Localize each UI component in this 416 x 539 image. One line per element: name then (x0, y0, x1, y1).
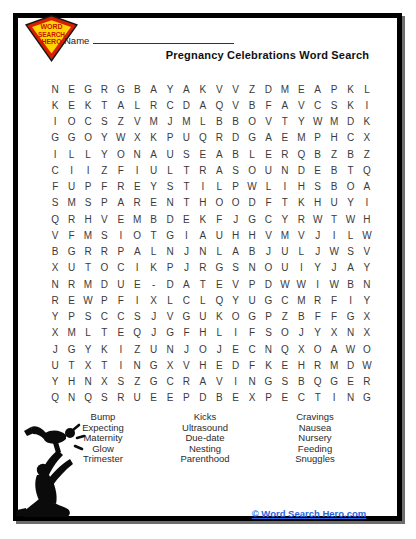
grid-cell-r13c2: R (63, 276, 79, 292)
grid-cell-r19c3: N (80, 374, 96, 390)
grid-cell-r8c11: O (211, 195, 227, 211)
grid-cell-r20c12: E (227, 390, 243, 406)
grid-cell-r1c9: A (178, 81, 194, 97)
grid-cell-r12c13: N (244, 260, 260, 276)
grid-cell-r8c8: N (162, 195, 178, 211)
grid-cell-r4c10: Q (195, 130, 211, 146)
grid-cell-r13c7: - (145, 276, 161, 292)
grid-cell-r11c17: J (310, 244, 326, 260)
grid-cell-r8c18: U (326, 195, 342, 211)
grid-cell-r11c3: R (80, 244, 96, 260)
grid-cell-r15c15: Z (277, 309, 293, 325)
grid-cell-r5c13: L (244, 146, 260, 162)
wordsearchhero-link[interactable]: © Word Search Hero.com (252, 508, 367, 519)
grid-cell-r2c15: A (277, 97, 293, 113)
grid-cell-r15c14: P (260, 309, 276, 325)
grid-cell-r2c2: E (63, 97, 79, 113)
grid-cell-r9c14: C (260, 211, 276, 227)
grid-cell-r19c6: Z (129, 374, 145, 390)
grid-cell-r17c18: A (326, 341, 342, 357)
grid-cell-r12c20: Y (359, 260, 375, 276)
grid-cell-r17c13: C (244, 341, 260, 357)
grid-cell-r7c5: R (113, 179, 129, 195)
grid-cell-r18c17: R (310, 357, 326, 373)
grid-cell-r7c8: S (162, 179, 178, 195)
grid-cell-r12c1: X (47, 260, 63, 276)
grid-cell-r20c5: R (113, 390, 129, 406)
grid-cell-r14c12: Y (227, 292, 243, 308)
grid-cell-r9c11: F (211, 211, 227, 227)
grid-cell-r1c7: A (145, 81, 161, 97)
grid-cell-r9c9: E (178, 211, 194, 227)
grid-cell-r14c14: G (260, 292, 276, 308)
grid-cell-r5c8: U (162, 146, 178, 162)
grid-cell-r11c13: B (244, 244, 260, 260)
grid-cell-r3c15: T (277, 114, 293, 130)
grid-cell-r4c2: G (63, 130, 79, 146)
grid-cell-r12c8: P (162, 260, 178, 276)
grid-cell-r12c19: A (342, 260, 358, 276)
grid-cell-r6c1: C (47, 162, 63, 178)
grid-cell-r5c12: B (227, 146, 243, 162)
grid-cell-r18c8: X (162, 357, 178, 373)
grid-cell-r11c6: A (129, 244, 145, 260)
grid-cell-r16c6: Q (129, 325, 145, 341)
grid-cell-r13c19: B (342, 276, 358, 292)
grid-cell-r13c17: I (310, 276, 326, 292)
grid-cell-r17c3: Y (80, 341, 96, 357)
grid-cell-r20c10: D (195, 390, 211, 406)
grid-cell-r5c4: Y (96, 146, 112, 162)
grid-cell-r9c17: W (310, 211, 326, 227)
grid-cell-r11c19: S (342, 244, 358, 260)
grid-cell-r7c6: E (129, 179, 145, 195)
grid-cell-r10c15: M (277, 227, 293, 243)
grid-cell-r19c5: S (113, 374, 129, 390)
grid-cell-r12c2: U (63, 260, 79, 276)
grid-cell-r6c6: I (129, 162, 145, 178)
grid-cell-r17c4: K (96, 341, 112, 357)
grid-cell-r15c6: S (129, 309, 145, 325)
grid-cell-r8c7: E (145, 195, 161, 211)
grid-cell-r14c11: Q (211, 292, 227, 308)
name-row: Name (64, 34, 234, 46)
grid-cell-r4c3: O (80, 130, 96, 146)
grid-cell-r6c15: N (277, 162, 293, 178)
grid-cell-r2c3: K (80, 97, 96, 113)
grid-cell-r3c1: I (47, 114, 63, 130)
grid-cell-r14c18: F (326, 292, 342, 308)
grid-cell-r19c19: E (342, 374, 358, 390)
grid-cell-r6c13: O (244, 162, 260, 178)
grid-cell-r18c14: K (260, 357, 276, 373)
grid-cell-r5c1: I (47, 146, 63, 162)
grid-cell-r8c1: S (47, 195, 63, 211)
grid-cell-r1c13: Z (244, 81, 260, 97)
grid-cell-r18c3: X (80, 357, 96, 373)
grid-cell-r5c19: B (342, 146, 358, 162)
grid-cell-r3c2: O (63, 114, 79, 130)
grid-cell-r4c14: A (260, 130, 276, 146)
grid-cell-r8c3: S (80, 195, 96, 211)
grid-cell-r2c14: F (260, 97, 276, 113)
grid-cell-r9c4: V (96, 211, 112, 227)
grid-cell-r20c6: U (129, 390, 145, 406)
grid-cell-r20c7: E (145, 390, 161, 406)
grid-cell-r1c19: K (342, 81, 358, 97)
grid-cell-r14c8: L (162, 292, 178, 308)
grid-cell-r12c15: U (277, 260, 293, 276)
grid-cell-r6c8: L (162, 162, 178, 178)
grid-cell-r11c5: P (113, 244, 129, 260)
grid-cell-r15c9: G (178, 309, 194, 325)
grid-cell-r5c10: E (195, 146, 211, 162)
grid-cell-r14c4: P (96, 292, 112, 308)
grid-cell-r13c13: P (244, 276, 260, 292)
grid-cell-r15c4: C (96, 309, 112, 325)
grid-cell-r8c2: M (63, 195, 79, 211)
word-list-item: Snuggles (253, 454, 377, 465)
grid-cell-r8c12: O (227, 195, 243, 211)
grid-cell-r3c11: B (211, 114, 227, 130)
grid-cell-r19c16: B (293, 374, 309, 390)
grid-cell-r6c11: A (211, 162, 227, 178)
grid-cell-r5c17: B (310, 146, 326, 162)
grid-cell-r4c19: C (342, 130, 358, 146)
grid-cell-r17c14: N (260, 341, 276, 357)
grid-cell-r15c20: X (359, 309, 375, 325)
grid-cell-r13c20: N (359, 276, 375, 292)
grid-cell-r1c10: K (195, 81, 211, 97)
grid-cell-r4c4: Y (96, 130, 112, 146)
grid-cell-r1c5: G (113, 81, 129, 97)
grid-cell-r16c19: N (342, 325, 358, 341)
grid-cell-r3c14: V (260, 114, 276, 130)
grid-cell-r12c11: G (211, 260, 227, 276)
grid-cell-r11c18: W (326, 244, 342, 260)
grid-cell-r10c10: A (195, 227, 211, 243)
grid-cell-r13c9: A (178, 276, 194, 292)
grid-cell-r4c1: G (47, 130, 63, 146)
grid-cell-r2c5: A (113, 97, 129, 113)
grid-cell-r14c1: R (47, 292, 63, 308)
grid-cell-r12c10: R (195, 260, 211, 276)
grid-cell-r1c4: R (96, 81, 112, 97)
grid-cell-r7c7: Y (145, 179, 161, 195)
grid-cell-r12c18: J (326, 260, 342, 276)
grid-cell-r17c10: O (195, 341, 211, 357)
grid-cell-r20c18: I (326, 390, 342, 406)
grid-cell-r8c14: F (260, 195, 276, 211)
grid-cell-r17c16: X (293, 341, 309, 357)
grid-cell-r16c8: G (162, 325, 178, 341)
grid-cell-r9c2: R (63, 211, 79, 227)
grid-cell-r10c12: H (227, 227, 243, 243)
grid-cell-r8c5: A (113, 195, 129, 211)
footer: © Word Search Hero.com (229, 503, 389, 521)
grid-cell-r16c1: X (47, 325, 63, 341)
grid-cell-r3c17: W (310, 114, 326, 130)
grid-cell-r7c18: B (326, 179, 342, 195)
grid-cell-r10c14: V (260, 227, 276, 243)
grid-cell-r12c7: K (145, 260, 161, 276)
grid-cell-r12c12: S (227, 260, 243, 276)
page-title: Pregnancy Celebrations Word Search (150, 49, 385, 61)
grid-cell-r9c10: K (195, 211, 211, 227)
name-blank-line (93, 34, 234, 44)
grid-cell-r3c20: K (359, 114, 375, 130)
grid-cell-r4c13: G (244, 130, 260, 146)
grid-cell-r11c8: N (162, 244, 178, 260)
grid-cell-r15c5: C (113, 309, 129, 325)
grid-cell-r15c13: G (244, 309, 260, 325)
grid-cell-r6c16: D (293, 162, 309, 178)
grid-cell-r3c18: M (326, 114, 342, 130)
grid-cell-r11c4: R (96, 244, 112, 260)
grid-cell-r11c14: J (260, 244, 276, 260)
grid-cell-r8c16: K (293, 195, 309, 211)
grid-cell-r10c13: H (244, 227, 260, 243)
word-list-item: Kicks (143, 412, 267, 423)
grid-cell-r2c17: C (310, 97, 326, 113)
grid-cell-r15c12: O (227, 309, 243, 325)
grid-cell-r9c5: E (113, 211, 129, 227)
grid-cell-r17c15: Q (277, 341, 293, 357)
grid-cell-r9c20: H (359, 211, 375, 227)
grid-cell-r7c12: P (227, 179, 243, 195)
grid-cell-r7c14: L (260, 179, 276, 195)
grid-cell-r1c1: N (47, 81, 63, 97)
grid-cell-r6c12: S (227, 162, 243, 178)
grid-cell-r13c18: W (326, 276, 342, 292)
grid-cell-r11c20: V (359, 244, 375, 260)
grid-cell-r5c20: Z (359, 146, 375, 162)
grid-cell-r19c8: C (162, 374, 178, 390)
grid-cell-r15c3: S (80, 309, 96, 325)
grid-cell-r14c17: R (310, 292, 326, 308)
grid-cell-r17c20: O (359, 341, 375, 357)
grid-cell-r11c12: A (227, 244, 243, 260)
word-column-2: KicksUltrasoundDue-dateNestingParenthood (143, 412, 267, 465)
grid-cell-r16c15: O (277, 325, 293, 341)
grid-cell-r17c2: G (63, 341, 79, 357)
grid-cell-r15c2: P (63, 309, 79, 325)
grid-cell-r2c13: B (244, 97, 260, 113)
grid-cell-r1c17: A (310, 81, 326, 97)
grid-cell-r2c10: A (195, 97, 211, 113)
grid-cell-r16c16: J (293, 325, 309, 341)
grid-cell-r5c18: Z (326, 146, 342, 162)
grid-cell-r1c8: Y (162, 81, 178, 97)
grid-cell-r18c20: W (359, 357, 375, 373)
grid-cell-r7c11: L (211, 179, 227, 195)
grid-cell-r2c9: D (178, 97, 194, 113)
grid-cell-r4c12: D (227, 130, 243, 146)
grid-cell-r10c6: O (129, 227, 145, 243)
grid-cell-r19c2: H (63, 374, 79, 390)
grid-cell-r5c5: O (113, 146, 129, 162)
grid-cell-r11c1: B (47, 244, 63, 260)
grid-cell-r14c7: X (145, 292, 161, 308)
word-list-item: Cravings (253, 412, 377, 423)
grid-cell-r6c10: R (195, 162, 211, 178)
grid-cell-r18c11: E (211, 357, 227, 373)
grid-cell-r19c4: X (96, 374, 112, 390)
grid-cell-r4c7: K (145, 130, 161, 146)
grid-cell-r1c20: L (359, 81, 375, 97)
grid-cell-r3c4: S (96, 114, 112, 130)
grid-cell-r6c19: T (342, 162, 358, 178)
grid-cell-r17c8: N (162, 341, 178, 357)
grid-cell-r17c6: Z (129, 341, 145, 357)
grid-cell-r2c12: V (227, 97, 243, 113)
grid-cell-r19c9: R (178, 374, 194, 390)
grid-cell-r16c7: J (145, 325, 161, 341)
grid-cell-r1c16: E (293, 81, 309, 97)
grid-cell-r8c4: P (96, 195, 112, 211)
grid-cell-r18c16: H (293, 357, 309, 373)
grid-cell-r6c3: I (80, 162, 96, 178)
grid-cell-r18c18: M (326, 357, 342, 373)
grid-cell-r2c8: C (162, 97, 178, 113)
grid-cell-r18c19: D (342, 357, 358, 373)
grid-cell-r12c5: C (113, 260, 129, 276)
grid-cell-r10c8: G (162, 227, 178, 243)
grid-cell-r7c19: O (342, 179, 358, 195)
grid-cell-r2c1: K (47, 97, 63, 113)
grid-cell-r6c2: I (63, 162, 79, 178)
grid-cell-r11c11: L (211, 244, 227, 260)
grid-cell-r20c14: P (260, 390, 276, 406)
grid-cell-r2c16: V (293, 97, 309, 113)
grid-cell-r16c20: X (359, 325, 375, 341)
grid-cell-r5c11: A (211, 146, 227, 162)
grid-cell-r18c13: F (244, 357, 260, 373)
grid-cell-r4c16: M (293, 130, 309, 146)
grid-cell-r18c10: H (195, 357, 211, 373)
grid-cell-r17c17: O (310, 341, 326, 357)
grid-cell-r5c9: S (178, 146, 194, 162)
grid-cell-r16c12: I (227, 325, 243, 341)
grid-cell-r12c6: I (129, 260, 145, 276)
grid-cell-r1c15: M (277, 81, 293, 97)
grid-cell-r18c4: T (96, 357, 112, 373)
grid-cell-r9c3: H (80, 211, 96, 227)
grid-cell-r9c15: Y (277, 211, 293, 227)
grid-cell-r1c2: E (63, 81, 79, 97)
grid-cell-r9c13: G (244, 211, 260, 227)
grid-cell-r2c4: T (96, 97, 112, 113)
grid-cell-r13c12: V (227, 276, 243, 292)
grid-cell-r20c17: T (310, 390, 326, 406)
grid-cell-r19c15: S (277, 374, 293, 390)
grid-cell-r15c16: B (293, 309, 309, 325)
grid-cell-r4c5: W (113, 130, 129, 146)
grid-cell-r18c15: E (277, 357, 293, 373)
grid-cell-r6c14: U (260, 162, 276, 178)
grid-cell-r14c16: M (293, 292, 309, 308)
grid-cell-r7c13: W (244, 179, 260, 195)
grid-cell-r12c14: O (260, 260, 276, 276)
grid-cell-r14c19: I (342, 292, 358, 308)
grid-cell-r16c5: E (113, 325, 129, 341)
grid-cell-r17c19: W (342, 341, 358, 357)
grid-cell-r16c2: M (63, 325, 79, 341)
grid-cell-r1c3: G (80, 81, 96, 97)
grid-cell-r6c9: T (178, 162, 194, 178)
grid-cell-r10c11: U (211, 227, 227, 243)
grid-cell-r4c8: P (162, 130, 178, 146)
grid-cell-r17c12: E (227, 341, 243, 357)
grid-cell-r15c10: U (195, 309, 211, 325)
grid-cell-r13c5: U (113, 276, 129, 292)
grid-cell-r16c11: L (211, 325, 227, 341)
grid-cell-r14c13: U (244, 292, 260, 308)
grid-cell-r5c7: A (145, 146, 161, 162)
grid-cell-r15c19: G (342, 309, 358, 325)
grid-cell-r6c18: B (326, 162, 342, 178)
grid-cell-r20c2: N (63, 390, 79, 406)
grid-cell-r10c3: M (80, 227, 96, 243)
grid-cell-r5c2: L (63, 146, 79, 162)
grid-cell-r9c1: Q (47, 211, 63, 227)
grid-cell-r20c11: B (211, 390, 227, 406)
grid-cell-r18c12: D (227, 357, 243, 373)
grid-cell-r5c14: E (260, 146, 276, 162)
grid-cell-r2c11: Q (211, 97, 227, 113)
grid-cell-r4c11: R (211, 130, 227, 146)
grid-cell-r9c6: M (129, 211, 145, 227)
grid-cell-r6c17: E (310, 162, 326, 178)
grid-cell-r13c6: E (129, 276, 145, 292)
letter-grid: NEGRGBAYAKVVZDMEAPKLKEKTALRCDAQVBFAVCSKI… (47, 81, 375, 406)
grid-cell-r14c9: C (178, 292, 194, 308)
grid-cell-r14c15: C (277, 292, 293, 308)
grid-cell-r19c20: R (359, 374, 375, 390)
grid-cell-r12c17: Y (310, 260, 326, 276)
grid-cell-r5c3: L (80, 146, 96, 162)
grid-cell-r16c4: T (96, 325, 112, 341)
grid-cell-r16c10: H (195, 325, 211, 341)
grid-cell-r19c10: A (195, 374, 211, 390)
grid-cell-r20c13: X (244, 390, 260, 406)
grid-cell-r7c2: U (63, 179, 79, 195)
grid-cell-r9c12: J (227, 211, 243, 227)
grid-cell-r3c6: V (129, 114, 145, 130)
grid-cell-r7c20: A (359, 179, 375, 195)
grid-cell-r18c7: G (145, 357, 161, 373)
grid-cell-r16c14: S (260, 325, 276, 341)
grid-cell-r3c7: M (145, 114, 161, 130)
grid-cell-r10c2: F (63, 227, 79, 243)
grid-cell-r3c8: J (162, 114, 178, 130)
grid-cell-r19c1: Y (47, 374, 63, 390)
grid-cell-r19c7: G (145, 374, 161, 390)
grid-cell-r8c13: D (244, 195, 260, 211)
grid-cell-r4c9: U (178, 130, 194, 146)
grid-cell-r10c18: I (326, 227, 342, 243)
grid-cell-r9c16: R (293, 211, 309, 227)
grid-cell-r20c20: G (359, 390, 375, 406)
logo-text-search: SEARCH (38, 31, 65, 38)
grid-cell-r8c15: T (277, 195, 293, 211)
grid-cell-r8c17: H (310, 195, 326, 211)
grid-cell-r8c20: I (359, 195, 375, 211)
grid-cell-r13c4: D (96, 276, 112, 292)
grid-cell-r20c19: N (342, 390, 358, 406)
grid-cell-r10c17: J (310, 227, 326, 243)
grid-cell-r7c9: T (178, 179, 194, 195)
